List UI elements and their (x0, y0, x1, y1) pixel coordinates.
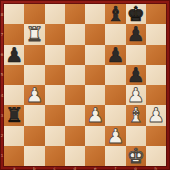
square-a7[interactable] (4, 24, 24, 44)
chess-board: ♝♚♜♟♟♟♟♟♟♜♟♝♟♟♚ (4, 4, 166, 166)
square-d6[interactable] (65, 45, 85, 65)
square-e1[interactable] (85, 146, 105, 166)
piece-white-rook[interactable]: ♜ (25, 24, 43, 44)
piece-black-pawn[interactable]: ♟ (5, 45, 23, 65)
piece-black-pawn[interactable]: ♟ (127, 65, 145, 85)
square-h5[interactable] (146, 65, 166, 85)
square-d5[interactable] (65, 65, 85, 85)
square-h6[interactable] (146, 45, 166, 65)
rank-label-1: 1 (0, 146, 4, 166)
piece-black-king[interactable]: ♚ (127, 4, 145, 24)
square-b7[interactable]: ♜ (24, 24, 44, 44)
square-b6[interactable] (24, 45, 44, 65)
square-f3[interactable] (105, 105, 125, 125)
square-g5[interactable]: ♟ (126, 65, 146, 85)
square-b5[interactable] (24, 65, 44, 85)
piece-black-pawn[interactable]: ♟ (127, 24, 145, 44)
rank-label-7: 7 (0, 24, 4, 44)
file-label-e: e (85, 166, 105, 170)
square-c1[interactable] (45, 146, 65, 166)
square-c2[interactable] (45, 126, 65, 146)
rank-label-6: 6 (0, 45, 4, 65)
file-label-g: g (126, 166, 146, 170)
rank-label-3: 3 (0, 105, 4, 125)
piece-black-rook[interactable]: ♜ (5, 105, 23, 125)
rank-label-2: 2 (0, 126, 4, 146)
square-h3[interactable]: ♟ (146, 105, 166, 125)
square-h4[interactable] (146, 85, 166, 105)
piece-white-pawn[interactable]: ♟ (127, 85, 145, 105)
chess-board-frame: 87654321 abcdefgh ♝♚♜♟♟♟♟♟♟♜♟♝♟♟♚ (0, 0, 170, 170)
square-d1[interactable] (65, 146, 85, 166)
square-c4[interactable] (45, 85, 65, 105)
square-e6[interactable] (85, 45, 105, 65)
square-d4[interactable] (65, 85, 85, 105)
square-f5[interactable] (105, 65, 125, 85)
square-b4[interactable]: ♟ (24, 85, 44, 105)
square-h1[interactable] (146, 146, 166, 166)
square-c8[interactable] (45, 4, 65, 24)
square-c7[interactable] (45, 24, 65, 44)
rank-label-8: 8 (0, 4, 4, 24)
square-c3[interactable] (45, 105, 65, 125)
piece-white-pawn[interactable]: ♟ (25, 85, 43, 105)
square-g1[interactable]: ♚ (126, 146, 146, 166)
file-label-d: d (65, 166, 85, 170)
square-g8[interactable]: ♚ (126, 4, 146, 24)
rank-labels: 87654321 (0, 4, 4, 166)
square-e4[interactable] (85, 85, 105, 105)
square-f4[interactable] (105, 85, 125, 105)
square-e3[interactable]: ♟ (85, 105, 105, 125)
square-e2[interactable] (85, 126, 105, 146)
square-d7[interactable] (65, 24, 85, 44)
rank-label-4: 4 (0, 85, 4, 105)
square-b3[interactable] (24, 105, 44, 125)
file-labels: abcdefgh (4, 166, 166, 170)
square-h8[interactable] (146, 4, 166, 24)
square-c5[interactable] (45, 65, 65, 85)
file-label-f: f (105, 166, 125, 170)
piece-white-king[interactable]: ♚ (127, 146, 145, 166)
square-b1[interactable] (24, 146, 44, 166)
square-h2[interactable] (146, 126, 166, 146)
square-e7[interactable] (85, 24, 105, 44)
square-d2[interactable] (65, 126, 85, 146)
piece-white-pawn[interactable]: ♟ (106, 126, 124, 146)
square-d3[interactable] (65, 105, 85, 125)
square-a1[interactable] (4, 146, 24, 166)
square-b2[interactable] (24, 126, 44, 146)
square-g2[interactable] (126, 126, 146, 146)
piece-white-pawn[interactable]: ♟ (147, 105, 165, 125)
square-g7[interactable]: ♟ (126, 24, 146, 44)
square-f8[interactable]: ♝ (105, 4, 125, 24)
square-d8[interactable] (65, 4, 85, 24)
square-a6[interactable]: ♟ (4, 45, 24, 65)
square-g6[interactable] (126, 45, 146, 65)
square-f2[interactable]: ♟ (105, 126, 125, 146)
piece-white-bishop[interactable]: ♝ (127, 105, 145, 125)
rank-label-5: 5 (0, 65, 4, 85)
square-e8[interactable] (85, 4, 105, 24)
square-f6[interactable]: ♟ (105, 45, 125, 65)
piece-white-pawn[interactable]: ♟ (86, 105, 104, 125)
square-c6[interactable] (45, 45, 65, 65)
file-label-h: h (146, 166, 166, 170)
square-f7[interactable] (105, 24, 125, 44)
square-a5[interactable] (4, 65, 24, 85)
file-label-a: a (4, 166, 24, 170)
square-g3[interactable]: ♝ (126, 105, 146, 125)
square-h7[interactable] (146, 24, 166, 44)
square-f1[interactable] (105, 146, 125, 166)
square-g4[interactable]: ♟ (126, 85, 146, 105)
piece-black-pawn[interactable]: ♟ (106, 45, 124, 65)
square-a8[interactable] (4, 4, 24, 24)
square-a4[interactable] (4, 85, 24, 105)
piece-black-bishop[interactable]: ♝ (106, 4, 124, 24)
square-e5[interactable] (85, 65, 105, 85)
square-a3[interactable]: ♜ (4, 105, 24, 125)
file-label-b: b (24, 166, 44, 170)
square-b8[interactable] (24, 4, 44, 24)
square-a2[interactable] (4, 126, 24, 146)
file-label-c: c (45, 166, 65, 170)
